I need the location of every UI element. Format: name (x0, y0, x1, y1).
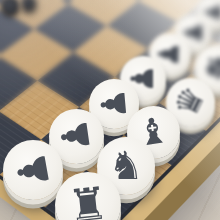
white-pawn-icon: ♟ (96, 87, 132, 120)
pieces-layer: ♜♞♝♛♚♟♟♟♟♟♟♟ (0, 0, 220, 220)
piece-black-unknown-far1 (1, 0, 19, 14)
chessboard-photo: ♜♞♝♛♚♟♟♟♟♟♟♟ (0, 0, 220, 220)
piece-white-pawn-a2: ♟ (3, 140, 63, 200)
white-rook-icon: ♜ (66, 181, 110, 220)
white-knight-icon: ♞ (108, 146, 143, 185)
white-pawn-icon: ♟ (55, 117, 96, 155)
piece-black-unknown-far2 (21, 0, 36, 10)
white-pawn-icon: ♟ (10, 149, 56, 192)
